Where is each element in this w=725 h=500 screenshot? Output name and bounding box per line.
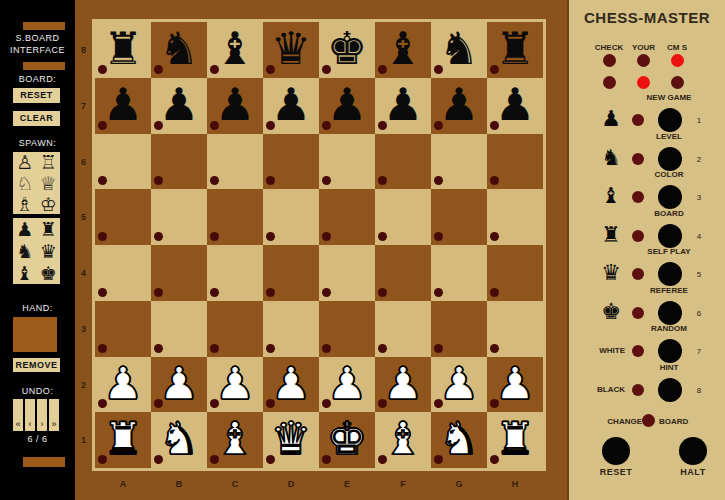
sensor-dot [154,399,163,408]
undo-section-label: UNDO: [0,386,75,396]
square-f8[interactable]: ♝ [375,22,431,78]
sensor-dot [434,288,443,297]
file-label: A [95,471,151,500]
self-play-button[interactable] [658,262,682,286]
file-label: C [207,471,263,500]
spawn-white-pawn[interactable]: ♙ [16,152,33,173]
self-play-led [632,268,644,280]
sensor-dot [322,121,331,130]
spawn-white-bishop[interactable]: ♗ [16,194,33,215]
sensor-dot [322,288,331,297]
sensor-dot [434,232,443,241]
sensor-dot [434,65,443,74]
square-e7[interactable]: ♟ [319,78,375,134]
your-led-bottom [637,76,650,89]
square-a8[interactable]: ♜ [95,22,151,78]
sensor-dot [434,399,443,408]
spawn-black-queen[interactable]: ♛ [40,241,57,262]
color-label: COLOR [610,170,725,179]
new-game-led [632,114,644,126]
square-d7[interactable]: ♟ [263,78,319,134]
square-c7[interactable]: ♟ [207,78,263,134]
square-h5[interactable] [487,189,543,245]
self-play-number: 5 [691,270,707,279]
square-b3[interactable] [151,301,207,357]
undo-back-button[interactable]: ‹ [25,399,35,431]
board-led [632,230,644,242]
sensor-dot [490,232,499,241]
sensor-dot [154,288,163,297]
hand-section-label: HAND: [0,303,75,313]
check-led-bottom [603,76,616,89]
spawn-black-pawn[interactable]: ♟ [16,219,33,240]
sensor-dot [434,455,443,464]
sensor-dot [266,232,275,241]
hint-button[interactable] [658,378,682,402]
panel-reset-button[interactable] [602,437,630,465]
sensor-dot [378,399,387,408]
spawn-white-queen[interactable]: ♕ [40,173,57,194]
rank-label: 6 [75,134,92,190]
level-number: 2 [691,155,707,164]
sensor-dot [322,65,331,74]
square-f1[interactable]: ♝ [375,412,431,468]
color-led [632,191,644,203]
sensor-dot [210,399,219,408]
knight-icon: ♞ [595,145,627,171]
chess-board: ♜♞♝♛♚♝♞♜♟♟♟♟♟♟♟♟♟♟♟♟♟♟♟♟♜♞♝♛♚♝♞♜ [95,22,543,468]
chess-computer-ui: S.BOARD INTERFACE BOARD: RESET CLEAR SPA… [0,0,725,500]
spawn-section-label: SPAWN: [0,138,75,148]
square-a2[interactable]: ♟ [95,357,151,413]
sidebar-title-line2: INTERFACE [0,45,75,55]
rook-icon: ♜ [595,222,627,248]
spawn-black-bishop[interactable]: ♝ [16,263,33,284]
sensor-dot [378,455,387,464]
square-d5[interactable] [263,189,319,245]
square-b6[interactable] [151,134,207,190]
square-d4[interactable] [263,245,319,301]
cms-led-top [671,54,684,67]
undo-last-button[interactable]: » [49,399,59,431]
sensor-dot [322,455,331,464]
file-label: D [263,471,319,500]
square-e5[interactable] [319,189,375,245]
spawn-black-panel: ♟♜♞♛♝♚ [13,218,60,284]
square-a4[interactable] [95,245,151,301]
file-label: F [375,471,431,500]
spawn-black-rook[interactable]: ♜ [40,219,57,240]
square-g7[interactable]: ♟ [431,78,487,134]
square-g6[interactable] [431,134,487,190]
sensor-dot [210,232,219,241]
square-f5[interactable] [375,189,431,245]
sensor-dot [266,344,275,353]
white-label: WHITE [577,346,625,355]
square-c1[interactable]: ♝ [207,412,263,468]
board-frame: ♜♞♝♛♚♝♞♜♟♟♟♟♟♟♟♟♟♟♟♟♟♟♟♟♜♞♝♛♚♝♞♜ 8A7B6C5… [75,0,567,500]
square-h7[interactable]: ♟ [487,78,543,134]
sensor-dot [434,344,443,353]
board-clear-button[interactable]: CLEAR [13,111,60,126]
sensor-dot [210,121,219,130]
sensor-dot [322,344,331,353]
square-c6[interactable] [207,134,263,190]
square-c2[interactable]: ♟ [207,357,263,413]
queen-icon: ♛ [595,260,627,286]
sensor-dot [322,399,331,408]
sensor-dot [154,176,163,185]
sidebar-title-line1: S.BOARD [0,33,75,43]
sensor-dot [154,232,163,241]
file-label: H [487,471,543,500]
hint-led [632,384,644,396]
sensor-dot [266,176,275,185]
square-a6[interactable] [95,134,151,190]
square-a7[interactable]: ♟ [95,78,151,134]
your-led-top [637,54,650,67]
indicator-label-cms: CM S [652,43,702,52]
referee-led [632,307,644,319]
referee-label: REFEREE [610,286,725,295]
sensor-dot [210,65,219,74]
sensor-dot [266,455,275,464]
sensor-dot [266,65,275,74]
file-label: B [151,471,207,500]
change-label: CHANGE [582,417,642,426]
square-e3[interactable] [319,301,375,357]
undo-forward-button[interactable]: › [37,399,47,431]
square-c4[interactable] [207,245,263,301]
sensor-dot [490,399,499,408]
sensor-dot [210,288,219,297]
sensor-dot [98,65,107,74]
square-c3[interactable] [207,301,263,357]
square-a5[interactable] [95,189,151,245]
control-panel: CHESS-MASTER CHECKYOURCM SNEW GAME♟1LEVE… [567,0,725,500]
square-h2[interactable]: ♟ [487,357,543,413]
spawn-black-knight[interactable]: ♞ [16,241,33,262]
undo-counter: 6 / 6 [0,434,75,444]
undo-first-button[interactable]: « [13,399,23,431]
rank-label: 8 [75,22,92,78]
new-game-number: 1 [691,116,707,125]
sensor-dot [210,455,219,464]
change-board-led [642,414,655,427]
spawn-white-king[interactable]: ♔ [40,194,57,215]
square-e4[interactable] [319,245,375,301]
sensor-dot [210,344,219,353]
square-c8[interactable]: ♝ [207,22,263,78]
sensor-dot [98,232,107,241]
color-button[interactable] [658,185,682,209]
square-d2[interactable]: ♟ [263,357,319,413]
square-c5[interactable] [207,189,263,245]
file-label: E [319,471,375,500]
square-e2[interactable]: ♟ [319,357,375,413]
spawn-white-rook[interactable]: ♖ [40,152,57,173]
square-e1[interactable]: ♚ [319,412,375,468]
square-e8[interactable]: ♚ [319,22,375,78]
sensor-dot [490,176,499,185]
cms-led-bottom [671,76,684,89]
square-g2[interactable]: ♟ [431,357,487,413]
sensor-dot [434,121,443,130]
hint-number: 8 [691,386,707,395]
rank-label: 4 [75,245,92,301]
new-game-button[interactable] [658,108,682,132]
square-f2[interactable]: ♟ [375,357,431,413]
sensor-dot [378,344,387,353]
square-d6[interactable] [263,134,319,190]
level-led [632,153,644,165]
board-button[interactable] [658,224,682,248]
bishop-icon: ♝ [595,183,627,209]
square-b7[interactable]: ♟ [151,78,207,134]
square-b1[interactable]: ♞ [151,412,207,468]
sensor-dot [490,455,499,464]
check-led-top [603,54,616,67]
board-section-label: BOARD: [0,74,75,84]
board-number: 4 [691,232,707,241]
sensor-dot [98,344,107,353]
sensor-dot [322,176,331,185]
random-number: 7 [691,347,707,356]
sensor-dot [490,121,499,130]
pawn-icon: ♟ [595,106,627,132]
square-h3[interactable] [487,301,543,357]
sensor-dot [434,176,443,185]
spawn-white-panel: ♙♖♘♕♗♔ [13,152,60,214]
king-icon: ♚ [595,299,627,325]
sidebar: S.BOARD INTERFACE BOARD: RESET CLEAR SPA… [0,0,75,500]
square-g8[interactable]: ♞ [431,22,487,78]
panel-halt-label: HALT [658,467,725,477]
square-g1[interactable]: ♞ [431,412,487,468]
sidebar-accent-bar [23,22,65,30]
random-label: RANDOM [610,324,725,333]
square-g3[interactable] [431,301,487,357]
file-label: G [431,471,487,500]
sensor-dot [98,399,107,408]
random-led [632,345,644,357]
board-label: BOARD [659,417,719,426]
sensor-dot [98,121,107,130]
sensor-dot [378,288,387,297]
sensor-dot [266,121,275,130]
square-a1[interactable]: ♜ [95,412,151,468]
sensor-dot [378,232,387,241]
sensor-dot [154,121,163,130]
rank-label: 1 [75,412,92,468]
color-number: 3 [691,193,707,202]
square-d3[interactable] [263,301,319,357]
sensor-dot [490,288,499,297]
rank-label: 2 [75,357,92,413]
square-d1[interactable]: ♛ [263,412,319,468]
square-d8[interactable]: ♛ [263,22,319,78]
sensor-dot [98,455,107,464]
square-e6[interactable] [319,134,375,190]
sensor-dot [378,121,387,130]
square-h4[interactable] [487,245,543,301]
square-b8[interactable]: ♞ [151,22,207,78]
sensor-dot [154,455,163,464]
level-button[interactable] [658,147,682,171]
sensor-dot [210,176,219,185]
rank-label: 3 [75,301,92,357]
square-f4[interactable] [375,245,431,301]
sensor-dot [378,176,387,185]
board-reset-button[interactable]: RESET [13,88,60,103]
sidebar-accent-bar [23,62,65,70]
rank-label: 7 [75,78,92,134]
sensor-dot [98,176,107,185]
hint-label: HINT [610,363,725,372]
app-title: CHESS-MASTER [569,9,725,26]
sensor-dot [266,399,275,408]
square-b2[interactable]: ♟ [151,357,207,413]
self-play-label: SELF PLAY [610,247,725,256]
black-label: BLACK [577,385,625,394]
remove-button[interactable]: REMOVE [13,358,60,372]
square-g5[interactable] [431,189,487,245]
random-button[interactable] [658,339,682,363]
sensor-dot [490,65,499,74]
square-a3[interactable] [95,301,151,357]
rank-label: 5 [75,189,92,245]
hand-box[interactable] [13,317,57,352]
square-f6[interactable] [375,134,431,190]
spawn-white-knight[interactable]: ♘ [16,173,33,194]
square-b4[interactable] [151,245,207,301]
square-g4[interactable] [431,245,487,301]
sensor-dot [322,232,331,241]
spawn-black-king[interactable]: ♚ [40,263,57,284]
sensor-dot [490,344,499,353]
new-game-label: NEW GAME [610,93,725,102]
square-f7[interactable]: ♟ [375,78,431,134]
square-h8[interactable]: ♜ [487,22,543,78]
sidebar-accent-bar [23,457,65,467]
sensor-dot [98,288,107,297]
sensor-dot [154,65,163,74]
square-h6[interactable] [487,134,543,190]
sensor-dot [154,344,163,353]
sensor-dot [266,288,275,297]
board-label: BOARD [610,209,725,218]
square-f3[interactable] [375,301,431,357]
square-b5[interactable] [151,189,207,245]
panel-halt-button[interactable] [679,437,707,465]
level-label: LEVEL [610,132,725,141]
referee-button[interactable] [658,301,682,325]
panel-reset-label: RESET [581,467,651,477]
sensor-dot [378,65,387,74]
referee-number: 6 [691,309,707,318]
square-h1[interactable]: ♜ [487,412,543,468]
